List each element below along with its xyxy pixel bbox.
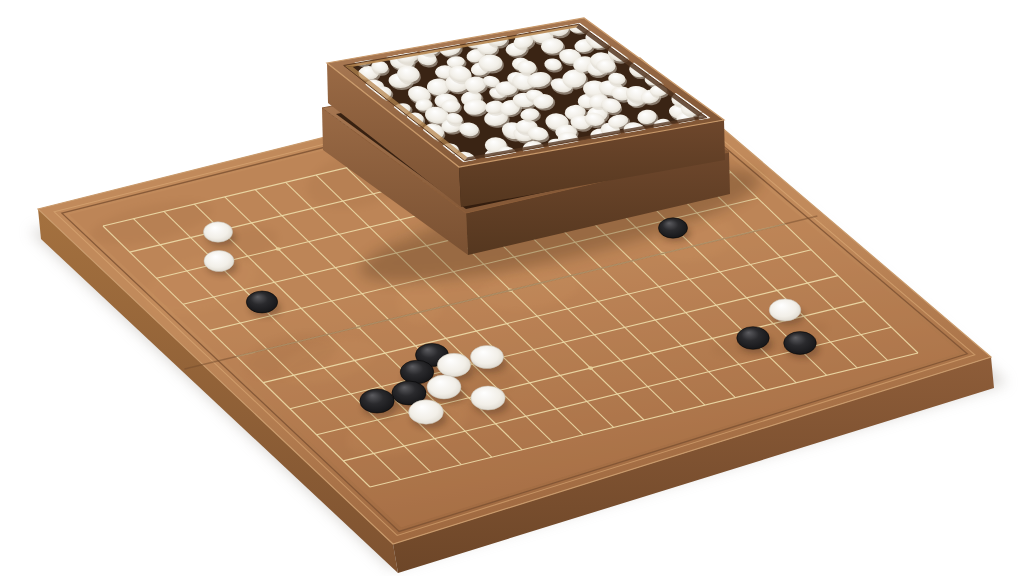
heap-white-stone: [479, 54, 503, 71]
black-stone: [784, 332, 817, 355]
white-stone: [471, 386, 505, 410]
black-stone: [400, 360, 434, 383]
white-stone: [470, 345, 503, 368]
white-stone: [204, 250, 234, 271]
black-stone: [658, 218, 687, 238]
white-stone: [427, 375, 461, 399]
black-stone: [246, 291, 277, 313]
black-stone: [360, 389, 394, 413]
white-stone: [203, 222, 232, 242]
white-stone: [409, 400, 444, 424]
black-stone: [737, 327, 769, 350]
star-point: [588, 366, 593, 370]
go-board-scene: [0, 0, 1024, 576]
star-point: [276, 247, 281, 251]
go-set-photo: [0, 0, 1024, 576]
white-stone: [769, 299, 801, 321]
white-stone: [437, 353, 470, 376]
